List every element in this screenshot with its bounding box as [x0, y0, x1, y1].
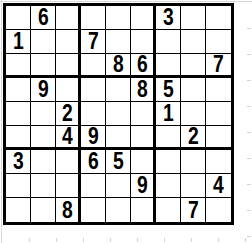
cell-r1c2-given: 6: [31, 6, 56, 30]
cell-r8c3-empty[interactable]: [56, 174, 81, 198]
cell-r3c9-given: 7: [206, 54, 231, 78]
cell-r4c4-empty[interactable]: [81, 78, 106, 102]
cell-r1c1-empty[interactable]: [6, 6, 31, 30]
cell-r9c6-empty[interactable]: [131, 198, 156, 222]
given-digit: 2: [62, 102, 73, 125]
cell-r7c9-empty[interactable]: [206, 150, 231, 174]
cell-r9c1-empty[interactable]: [6, 198, 31, 222]
cell-r6c3-given: 4: [56, 126, 81, 150]
given-digit: 2: [188, 125, 199, 148]
cell-r3c6-given: 6: [131, 54, 156, 78]
given-digit: 9: [137, 174, 148, 197]
cell-r9c9-empty[interactable]: [206, 198, 231, 222]
cell-r1c3-empty[interactable]: [56, 6, 81, 30]
cell-r8c8-empty[interactable]: [181, 174, 206, 198]
given-digit: 9: [88, 125, 99, 148]
cell-r3c4-empty[interactable]: [81, 54, 106, 78]
cell-r1c8-empty[interactable]: [181, 6, 206, 30]
cell-r5c9-empty[interactable]: [206, 102, 231, 126]
cell-r3c5-given: 8: [106, 54, 131, 78]
cell-r6c6-empty[interactable]: [131, 126, 156, 150]
given-digit: 3: [163, 6, 174, 29]
cell-r3c2-empty[interactable]: [31, 54, 56, 78]
cell-r1c9-empty[interactable]: [206, 6, 231, 30]
cell-r6c1-empty[interactable]: [6, 126, 31, 150]
cell-r8c7-empty[interactable]: [156, 174, 181, 198]
cell-r4c5-empty[interactable]: [106, 78, 131, 102]
cell-r9c3-given: 8: [56, 198, 81, 222]
cell-r9c4-empty[interactable]: [81, 198, 106, 222]
spreadsheet-gridline-top: [0, 1, 252, 2]
given-digit: 8: [113, 53, 124, 76]
cell-r4c8-empty[interactable]: [181, 78, 206, 102]
cell-r1c7-given: 3: [156, 6, 181, 30]
cell-r2c4-given: 7: [81, 30, 106, 54]
cell-r6c2-empty[interactable]: [31, 126, 56, 150]
cell-r6c9-empty[interactable]: [206, 126, 231, 150]
cell-r7c7-empty[interactable]: [156, 150, 181, 174]
cell-r5c2-empty[interactable]: [31, 102, 56, 126]
cell-r6c8-given: 2: [181, 126, 206, 150]
cell-r7c5-given: 5: [106, 150, 131, 174]
cell-r5c1-empty[interactable]: [6, 102, 31, 126]
cell-r4c9-empty[interactable]: [206, 78, 231, 102]
given-digit: 5: [163, 78, 174, 101]
cell-r3c3-empty[interactable]: [56, 54, 81, 78]
cell-r8c1-empty[interactable]: [6, 174, 31, 198]
cell-r9c8-given: 7: [181, 198, 206, 222]
cell-r4c2-given: 9: [31, 78, 56, 102]
cell-r2c3-empty[interactable]: [56, 30, 81, 54]
cell-r9c5-empty[interactable]: [106, 198, 131, 222]
given-digit: 1: [13, 30, 24, 53]
cell-r7c3-empty[interactable]: [56, 150, 81, 174]
cell-r4c6-given: 8: [131, 78, 156, 102]
cell-r6c4-given: 9: [81, 126, 106, 150]
sudoku-page: 6317867985214923659487: [0, 0, 252, 243]
cell-r3c7-empty[interactable]: [156, 54, 181, 78]
cell-r4c1-empty[interactable]: [6, 78, 31, 102]
cell-r9c2-empty[interactable]: [31, 198, 56, 222]
cell-r6c7-empty[interactable]: [156, 126, 181, 150]
cell-r9c7-empty[interactable]: [156, 198, 181, 222]
cell-r2c1-given: 1: [6, 30, 31, 54]
cell-r7c1-given: 3: [6, 150, 31, 174]
given-digit: 5: [113, 150, 124, 173]
given-digit: 9: [38, 78, 49, 101]
cell-r5c5-empty[interactable]: [106, 102, 131, 126]
cell-r8c6-given: 9: [131, 174, 156, 198]
cell-r5c7-given: 1: [156, 102, 181, 126]
cell-r5c6-empty[interactable]: [131, 102, 156, 126]
cell-r2c8-empty[interactable]: [181, 30, 206, 54]
given-digit: 4: [62, 125, 73, 148]
spreadsheet-gridline-stubs-right: [247, 3, 251, 238]
given-digit: 1: [163, 102, 174, 125]
given-digit: 7: [188, 199, 199, 222]
cell-r7c4-given: 6: [81, 150, 106, 174]
cell-r8c5-empty[interactable]: [106, 174, 131, 198]
given-digit: 6: [88, 150, 99, 173]
cell-r6c5-empty[interactable]: [106, 126, 131, 150]
cell-r1c6-empty[interactable]: [131, 6, 156, 30]
cell-r7c6-empty[interactable]: [131, 150, 156, 174]
cell-r4c3-empty[interactable]: [56, 78, 81, 102]
cell-r8c9-given: 4: [206, 174, 231, 198]
cell-r4c7-given: 5: [156, 78, 181, 102]
cell-r8c2-empty[interactable]: [31, 174, 56, 198]
given-digit: 6: [137, 53, 148, 76]
cell-r3c1-empty[interactable]: [6, 54, 31, 78]
spreadsheet-gridline-left: [1, 0, 2, 243]
cell-r1c5-empty[interactable]: [106, 6, 131, 30]
cell-r8c4-empty[interactable]: [81, 174, 106, 198]
cell-r3c8-empty[interactable]: [181, 54, 206, 78]
given-digit: 7: [88, 30, 99, 53]
cell-r2c7-empty[interactable]: [156, 30, 181, 54]
cell-r1c4-empty[interactable]: [81, 6, 106, 30]
given-digit: 6: [38, 6, 49, 29]
given-digit: 4: [213, 174, 224, 197]
given-digit: 7: [213, 53, 224, 76]
cell-r2c2-empty[interactable]: [31, 30, 56, 54]
given-digit: 8: [137, 78, 148, 101]
given-digit: 3: [13, 150, 24, 173]
spreadsheet-gridline-stubs-bottom: [3, 238, 247, 242]
cell-r7c2-empty[interactable]: [31, 150, 56, 174]
given-digit: 8: [62, 199, 73, 222]
sudoku-board: 6317867985214923659487: [3, 3, 234, 225]
cell-r7c8-empty[interactable]: [181, 150, 206, 174]
